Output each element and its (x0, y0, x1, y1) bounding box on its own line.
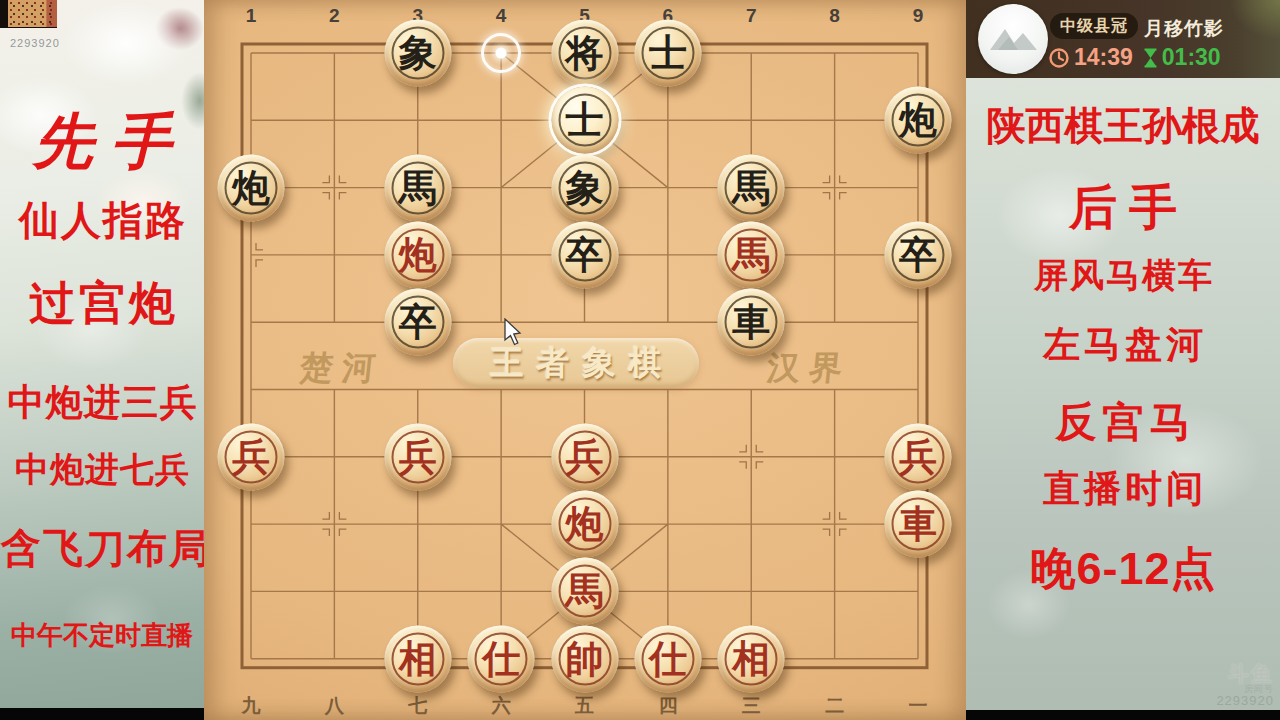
piece-black-炮-c9r1[interactable]: 炮 (885, 87, 952, 154)
left-line-6: 中午不定时直播 (0, 622, 204, 648)
piece-red-馬-c5r8[interactable]: 馬 (551, 558, 618, 625)
mountain-avatar-image (978, 4, 1048, 74)
piece-glyph: 卒 (384, 289, 451, 356)
timer-row: 14:39 01:30 (1048, 44, 1221, 71)
piece-glyph: 馬 (551, 558, 618, 625)
piece-glyph: 炮 (218, 154, 285, 221)
piece-red-兵-c3r6[interactable]: 兵 (384, 423, 451, 490)
piece-red-兵-c5r6[interactable]: 兵 (551, 423, 618, 490)
piece-black-将-c5r0[interactable]: 将 (551, 20, 618, 87)
piece-glyph: 仕 (634, 625, 701, 692)
piece-glyph: 将 (551, 20, 618, 87)
piece-black-馬-c7r2[interactable]: 馬 (718, 154, 785, 221)
piece-glyph: 車 (718, 289, 785, 356)
left-line-1: 仙人指路 (0, 200, 205, 240)
rank-badge: 中级县冠 (1050, 13, 1138, 39)
piece-black-卒-c3r4[interactable]: 卒 (384, 289, 451, 356)
right-line-0: 陕西棋王孙根成 (966, 106, 1280, 145)
piece-glyph: 相 (384, 625, 451, 692)
col-label-bottom-1: 九 (242, 693, 261, 719)
piece-glyph: 兵 (885, 423, 952, 490)
piece-glyph: 士 (551, 87, 618, 154)
piece-glyph: 卒 (885, 221, 952, 288)
piece-glyph: 炮 (551, 491, 618, 558)
piece-glyph: 炮 (885, 87, 952, 154)
last-move-origin-marker (481, 33, 521, 73)
piece-glyph: 兵 (551, 423, 618, 490)
mouse-cursor (504, 318, 524, 348)
piece-black-象-c5r2[interactable]: 象 (551, 154, 618, 221)
col-label-bottom-3: 七 (408, 693, 427, 719)
piece-red-炮-c3r3[interactable]: 炮 (384, 221, 451, 288)
col-label-top-4: 4 (496, 5, 507, 27)
left-line-3: 中炮进三兵 (0, 384, 205, 421)
col-label-top-9: 9 (913, 5, 924, 27)
col-label-bottom-4: 六 (492, 693, 511, 719)
room-id: 2293920 (1216, 694, 1274, 708)
piece-black-卒-c9r3[interactable]: 卒 (885, 221, 952, 288)
col-label-top-7: 7 (746, 5, 757, 27)
douyu-watermark: 斗鱼 房间号 2293920 (1216, 663, 1274, 708)
col-label-top-8: 8 (829, 5, 840, 27)
piece-black-車-c7r4[interactable]: 車 (718, 289, 785, 356)
right-line-4: 反宫马 (966, 402, 1280, 443)
piece-glyph: 馬 (718, 221, 785, 288)
left-line-2: 过宫炮 (0, 280, 206, 326)
piece-glyph: 兵 (218, 423, 285, 490)
col-label-top-1: 1 (246, 5, 257, 27)
piece-glyph: 馬 (718, 154, 785, 221)
piece-glyph: 卒 (551, 221, 618, 288)
move-time: 01:30 (1162, 44, 1221, 71)
right-line-6: 晚6-12点 (966, 546, 1280, 591)
piece-glyph: 仕 (468, 625, 535, 692)
piece-red-馬-c7r3[interactable]: 馬 (718, 221, 785, 288)
mini-board-thumbnail (0, 0, 57, 28)
piece-black-炮-c1r2[interactable]: 炮 (218, 154, 285, 221)
piece-black-馬-c3r2[interactable]: 馬 (384, 154, 451, 221)
piece-red-相-c7r9[interactable]: 相 (718, 625, 785, 692)
piece-red-兵-c9r6[interactable]: 兵 (885, 423, 952, 490)
col-label-bottom-9: 一 (909, 693, 928, 719)
piece-red-兵-c1r6[interactable]: 兵 (218, 423, 285, 490)
xiangqi-board[interactable]: 楚河 汉界 王者象棋 123456789九八七六五四三二一 象将士士炮炮馬象馬炮… (204, 0, 966, 720)
col-label-bottom-8: 二 (825, 693, 844, 719)
piece-black-士-c6r0[interactable]: 士 (634, 20, 701, 87)
piece-red-帥-c5r9[interactable]: 帥 (551, 625, 618, 692)
piece-glyph: 兵 (384, 423, 451, 490)
streamer-topbar: 中级县冠 月移竹影 14:39 01:30 (966, 0, 1280, 78)
right-line-2: 屏风马横车 (966, 258, 1280, 292)
piece-red-相-c3r9[interactable]: 相 (384, 625, 451, 692)
piece-red-仕-c6r9[interactable]: 仕 (634, 625, 701, 692)
col-label-bottom-2: 八 (325, 693, 344, 719)
col-label-top-2: 2 (329, 5, 340, 27)
streamer-avatar[interactable] (978, 4, 1048, 74)
piece-glyph: 車 (885, 491, 952, 558)
total-time: 14:39 (1074, 44, 1133, 71)
left-line-0: 先手 (0, 112, 213, 172)
piece-red-仕-c4r9[interactable]: 仕 (468, 625, 535, 692)
col-label-bottom-5: 五 (575, 693, 594, 719)
right-line-3: 左马盘河 (966, 326, 1280, 363)
left-info-panel: 2293920 先手仙人指路过宫炮中炮进三兵中炮进七兵含飞刀布局中午不定时直播 (0, 0, 204, 720)
left-line-5: 含飞刀布局 (0, 528, 205, 568)
piece-glyph: 象 (384, 20, 451, 87)
clock-icon (1048, 47, 1070, 69)
mini-board-image (8, 0, 57, 27)
left-line-4: 中炮进七兵 (0, 452, 205, 486)
stream-frame: 2293920 先手仙人指路过宫炮中炮进三兵中炮进七兵含飞刀布局中午不定时直播 … (0, 0, 1280, 720)
piece-red-炮-c5r7[interactable]: 炮 (551, 491, 618, 558)
piece-black-卒-c5r3[interactable]: 卒 (551, 221, 618, 288)
piece-glyph: 馬 (384, 154, 451, 221)
piece-glyph: 士 (634, 20, 701, 87)
room-id-watermark-topleft: 2293920 (10, 37, 60, 49)
app-watermark-capsule: 王者象棋 (453, 338, 699, 388)
right-bottom-letterbox (966, 710, 1280, 720)
piece-black-士-c5r1[interactable]: 士 (551, 87, 618, 154)
streamer-name: 月移竹影 (1144, 16, 1224, 42)
river-label-left: 楚河 (298, 346, 387, 391)
right-line-5: 直播时间 (966, 470, 1280, 507)
col-label-bottom-7: 三 (742, 693, 761, 719)
hourglass-icon (1143, 48, 1158, 68)
piece-glyph: 相 (718, 625, 785, 692)
left-bottom-letterbox (0, 708, 204, 720)
right-line-1: 后手 (966, 184, 1280, 232)
douyu-logo: 斗鱼 (1216, 663, 1274, 685)
piece-glyph: 象 (551, 154, 618, 221)
piece-black-象-c3r0[interactable]: 象 (384, 20, 451, 87)
piece-red-車-c9r7[interactable]: 車 (885, 491, 952, 558)
col-label-bottom-6: 四 (658, 693, 677, 719)
right-info-panel: 中级县冠 月移竹影 14:39 01:30 陕西棋王孙根成后手屏风马横车左马盘河… (966, 0, 1280, 720)
piece-glyph: 帥 (551, 625, 618, 692)
piece-glyph: 炮 (384, 221, 451, 288)
